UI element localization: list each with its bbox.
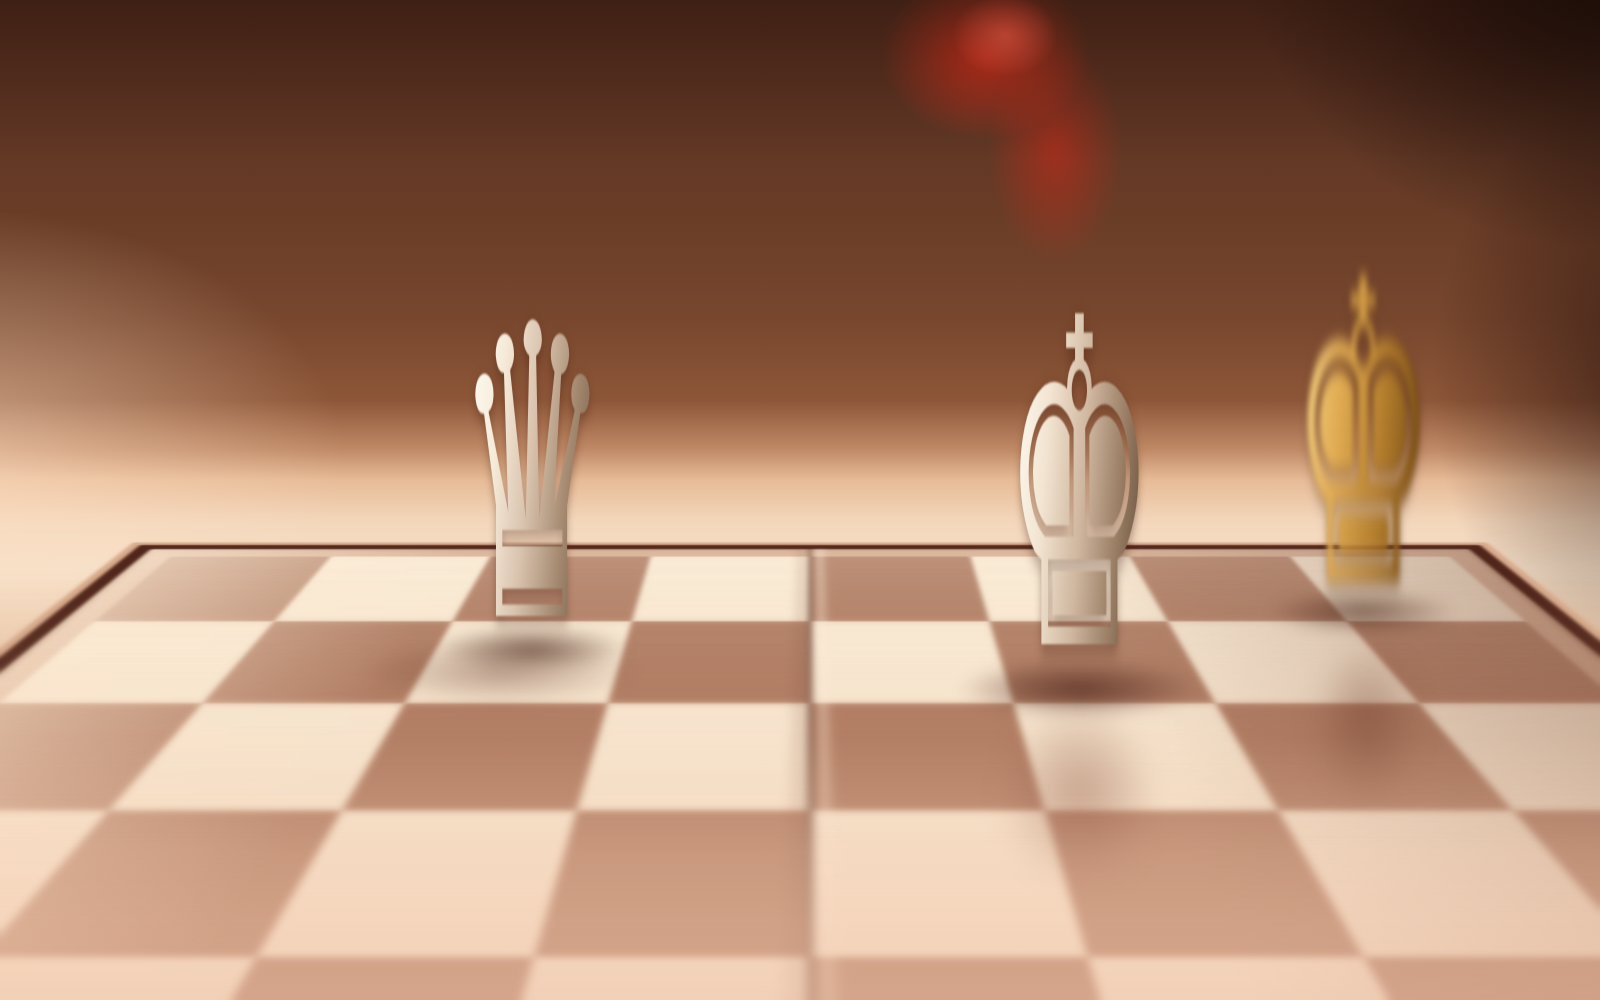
gold-king-glyph: ♚ [1291,266,1435,608]
white-king-glyph: ♚ [1003,303,1155,674]
white-king-piece: ♚ [948,288,1210,674]
white-queen-glyph: ♛ [456,309,608,642]
white-queen-piece: ♛ [412,280,652,642]
chess-photo-scene: ♛ ♚ ♚ [0,0,1600,1000]
gold-king-piece: ♚ [1244,248,1482,608]
